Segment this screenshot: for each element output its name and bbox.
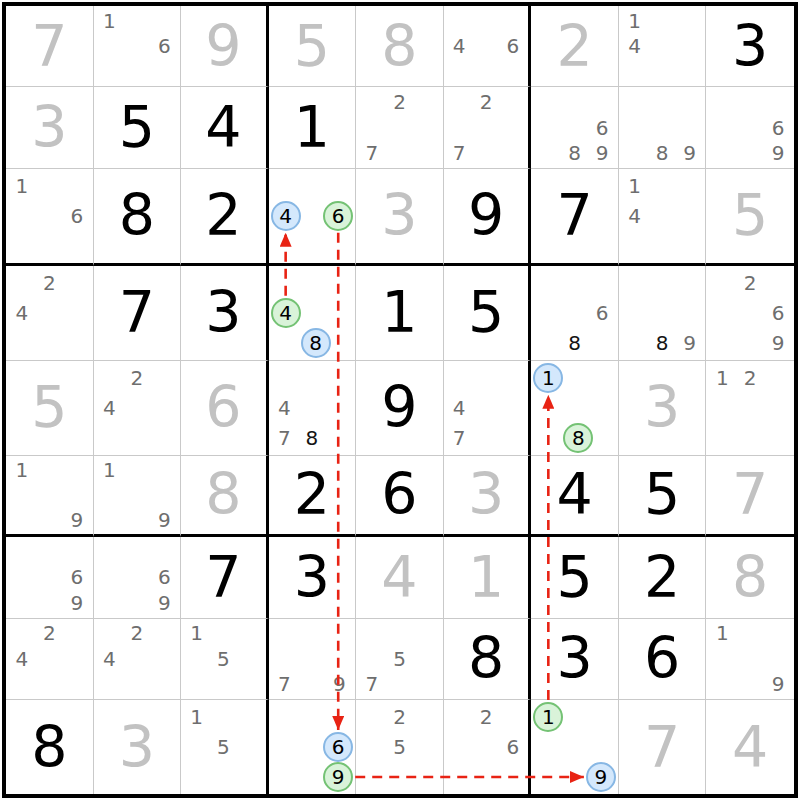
solved-digit-r9c8: 7 xyxy=(644,719,680,776)
candidate-9[interactable]: 9 xyxy=(683,143,696,163)
cell-r4c8[interactable]: 89 xyxy=(619,266,707,361)
candidate-slot-r1c8-4: 4 xyxy=(621,33,649,58)
cell-r6c7[interactable]: 4 xyxy=(531,456,619,537)
candidate-4[interactable]: 4 xyxy=(15,649,28,669)
candidate-slot-r1c8-1: 1 xyxy=(621,8,649,33)
candidate-slot-r9c6-6: 6 xyxy=(499,732,526,762)
candidate-slot-r1c6-4: 4 xyxy=(446,33,473,58)
solved-digit-r7c5: 4 xyxy=(381,549,417,606)
candidate-slot-r8c4-7: 7 xyxy=(271,672,299,697)
candidate-slot-r5c2-2: 2 xyxy=(123,363,151,393)
chain-node-green-candidate-1[interactable]: 1 xyxy=(533,702,563,732)
candidate-slot-r3c4-4: 4 xyxy=(271,201,301,231)
cell-r4c2[interactable]: 7 xyxy=(94,266,182,361)
chain-node-green-candidate-9[interactable]: 9 xyxy=(323,762,353,792)
given-digit-r6c4: 2 xyxy=(294,466,330,523)
candidate-slot-r8c4-9: 9 xyxy=(326,672,354,697)
solved-digit-r7c6: 1 xyxy=(468,549,504,606)
solved-digit-r9c9: 4 xyxy=(732,719,768,776)
cell-r8c5[interactable]: 57 xyxy=(356,619,444,700)
cell-r6c8[interactable]: 5 xyxy=(619,456,707,537)
candidate-6[interactable]: 6 xyxy=(507,36,520,56)
given-digit-r3c2: 8 xyxy=(119,187,155,244)
solved-digit-r1c7: 2 xyxy=(556,18,592,75)
candidate-4[interactable]: 4 xyxy=(103,649,116,669)
candidate-slot-r2c7-9: 9 xyxy=(588,140,616,165)
candidate-2[interactable]: 2 xyxy=(393,707,406,727)
candidate-2[interactable]: 2 xyxy=(393,92,406,112)
cell-r3c4[interactable]: 46 xyxy=(269,169,357,266)
cell-r8c6[interactable]: 8 xyxy=(444,619,532,700)
candidate-slot-r8c1-4: 4 xyxy=(8,646,36,671)
candidate-slot-r8c3-1: 1 xyxy=(183,621,210,646)
given-digit-r8c8: 6 xyxy=(644,630,680,687)
candidate-1[interactable]: 1 xyxy=(103,11,116,31)
candidate-slot-r4c8-9: 9 xyxy=(676,328,704,358)
cell-r5c3[interactable]: 6 xyxy=(181,361,269,456)
cell-r7c7[interactable]: 5 xyxy=(531,537,619,618)
candidate-6[interactable]: 6 xyxy=(70,567,83,587)
candidate-slot-r7c1-6: 6 xyxy=(63,565,91,590)
candidate-6[interactable]: 6 xyxy=(70,206,83,226)
chain-node-green-candidate-6[interactable]: 6 xyxy=(323,201,353,231)
candidate-slot-r6c2-9: 9 xyxy=(151,507,179,532)
candidate-6[interactable]: 6 xyxy=(596,118,609,138)
candidate-slot-r3c8-4: 4 xyxy=(621,201,649,231)
cell-r5c9[interactable]: 12 xyxy=(706,361,794,456)
cell-r4c7[interactable]: 68 xyxy=(531,266,619,361)
cell-r2c2[interactable]: 5 xyxy=(94,87,182,168)
given-digit-r7c4: 3 xyxy=(294,549,330,606)
cell-r3c9[interactable]: 5 xyxy=(706,169,794,266)
candidate-slot-r5c7-8: 8 xyxy=(563,423,593,453)
candidate-slot-r3c4-6: 6 xyxy=(323,201,353,231)
candidate-slot-r9c4-9: 9 xyxy=(323,762,353,792)
given-digit-r2c4: 1 xyxy=(294,99,330,156)
candidate-slot-r8c1-2: 2 xyxy=(36,621,64,646)
cell-r9c2[interactable]: 3 xyxy=(94,700,182,794)
candidate-1[interactable]: 1 xyxy=(716,368,729,388)
candidate-2[interactable]: 2 xyxy=(130,623,143,643)
given-digit-r2c3: 4 xyxy=(205,99,241,156)
cell-r3c1[interactable]: 16 xyxy=(6,169,94,266)
candidate-8[interactable]: 8 xyxy=(306,428,319,448)
given-digit-r7c3: 7 xyxy=(205,549,241,606)
candidate-slot-r8c3-5: 5 xyxy=(210,646,237,671)
sudoku-board: 7169584621433541272768989691682463971452… xyxy=(2,2,798,798)
candidate-slot-r5c2-4: 4 xyxy=(96,393,124,423)
candidate-1[interactable]: 1 xyxy=(15,176,28,196)
candidate-slot-r9c6-2: 2 xyxy=(473,702,500,732)
candidate-4[interactable]: 4 xyxy=(628,36,641,56)
candidate-slot-r2c6-7: 7 xyxy=(446,140,473,165)
cell-r6c9[interactable]: 7 xyxy=(706,456,794,537)
candidate-slot-r5c9-2: 2 xyxy=(736,363,764,393)
cell-r7c1[interactable]: 69 xyxy=(6,537,94,618)
candidate-slot-r1c6-6: 6 xyxy=(499,33,526,58)
solved-digit-r6c9: 7 xyxy=(732,466,768,523)
solved-digit-r5c8: 3 xyxy=(644,379,680,436)
candidate-slot-r9c3-5: 5 xyxy=(210,732,237,762)
candidate-slot-r9c7-9: 9 xyxy=(586,762,616,792)
cell-r9c6[interactable]: 26 xyxy=(444,700,532,794)
given-digit-r6c8: 5 xyxy=(644,466,680,523)
candidate-slot-r7c2-6: 6 xyxy=(151,565,179,590)
candidate-1[interactable]: 1 xyxy=(103,460,116,480)
candidate-slot-r9c5-5: 5 xyxy=(386,732,414,762)
candidate-slot-r1c2-6: 6 xyxy=(151,33,179,58)
given-digit-r7c8: 2 xyxy=(644,549,680,606)
cell-r4c4[interactable]: 48 xyxy=(269,266,357,361)
cell-r7c6[interactable]: 1 xyxy=(444,537,532,618)
cell-r9c3[interactable]: 15 xyxy=(181,700,269,794)
cell-r2c3[interactable]: 4 xyxy=(181,87,269,168)
candidate-9[interactable]: 9 xyxy=(70,593,83,613)
candidate-slot-r9c5-2: 2 xyxy=(386,702,414,732)
cell-r7c8[interactable]: 2 xyxy=(619,537,707,618)
candidate-slot-r6c1-9: 9 xyxy=(63,507,91,532)
candidate-7[interactable]: 7 xyxy=(453,428,466,448)
candidate-8[interactable]: 8 xyxy=(656,333,669,353)
cell-r1c5[interactable]: 8 xyxy=(356,6,444,87)
given-digit-r9c1: 8 xyxy=(31,719,67,776)
candidate-8[interactable]: 8 xyxy=(568,333,581,353)
solved-digit-r2c1: 3 xyxy=(31,99,67,156)
given-digit-r1c9: 3 xyxy=(732,18,768,75)
candidate-1[interactable]: 1 xyxy=(628,11,641,31)
candidate-slot-r2c7-6: 6 xyxy=(588,115,616,140)
candidate-slot-r4c1-2: 2 xyxy=(36,268,64,298)
candidate-slot-r7c2-9: 9 xyxy=(151,590,179,615)
candidate-slot-r4c1-4: 4 xyxy=(8,298,36,328)
cell-r7c5[interactable]: 4 xyxy=(356,537,444,618)
candidate-2[interactable]: 2 xyxy=(744,368,757,388)
cell-r2c9[interactable]: 69 xyxy=(706,87,794,168)
candidate-7[interactable]: 7 xyxy=(453,143,466,163)
solved-digit-r3c9: 5 xyxy=(732,187,768,244)
chain-node-blue-candidate-1[interactable]: 1 xyxy=(533,363,563,393)
chain-node-blue-candidate-4[interactable]: 4 xyxy=(271,201,301,231)
candidate-9[interactable]: 9 xyxy=(596,143,609,163)
candidate-9[interactable]: 9 xyxy=(70,510,83,530)
cell-r9c7[interactable]: 19 xyxy=(531,700,619,794)
candidate-slot-r8c2-2: 2 xyxy=(123,621,151,646)
cell-r6c4[interactable]: 2 xyxy=(269,456,357,537)
candidate-slot-r2c7-8: 8 xyxy=(561,140,589,165)
cell-r9c8[interactable]: 7 xyxy=(619,700,707,794)
candidate-2[interactable]: 2 xyxy=(480,707,493,727)
candidate-slot-r7c1-9: 9 xyxy=(63,590,91,615)
cell-r9c9[interactable]: 4 xyxy=(706,700,794,794)
candidate-1[interactable]: 1 xyxy=(15,460,28,480)
candidate-slot-r8c9-1: 1 xyxy=(708,621,736,646)
cell-r2c4[interactable]: 1 xyxy=(269,87,357,168)
chain-node-green-candidate-8[interactable]: 8 xyxy=(563,423,593,453)
cell-r3c8[interactable]: 14 xyxy=(619,169,707,266)
solved-digit-r1c3: 9 xyxy=(205,18,241,75)
candidate-slot-r5c7-1: 1 xyxy=(533,363,563,393)
chain-node-green-candidate-4[interactable]: 4 xyxy=(271,298,301,328)
candidate-4[interactable]: 4 xyxy=(278,398,291,418)
given-digit-r4c2: 7 xyxy=(119,284,155,341)
candidate-4[interactable]: 4 xyxy=(453,36,466,56)
given-digit-r6c5: 6 xyxy=(381,466,417,523)
cell-r2c8[interactable]: 89 xyxy=(619,87,707,168)
candidate-slot-r6c2-1: 1 xyxy=(96,458,124,483)
cell-r7c9[interactable]: 8 xyxy=(706,537,794,618)
cell-r1c7[interactable]: 2 xyxy=(531,6,619,87)
candidate-7[interactable]: 7 xyxy=(366,674,379,694)
cell-r9c1[interactable]: 8 xyxy=(6,700,94,794)
candidate-7[interactable]: 7 xyxy=(278,428,291,448)
cell-r5c4[interactable]: 478 xyxy=(269,361,357,456)
solved-digit-r7c9: 8 xyxy=(732,549,768,606)
candidate-6[interactable]: 6 xyxy=(158,36,171,56)
cell-r5c2[interactable]: 24 xyxy=(94,361,182,456)
candidate-slot-r9c3-1: 1 xyxy=(183,702,210,732)
candidate-2[interactable]: 2 xyxy=(744,273,757,293)
cell-r9c4[interactable]: 69 xyxy=(269,700,357,794)
candidate-slot-r5c6-7: 7 xyxy=(446,423,473,453)
cell-r5c1[interactable]: 5 xyxy=(6,361,94,456)
cell-r9c5[interactable]: 25 xyxy=(356,700,444,794)
cell-r2c6[interactable]: 27 xyxy=(444,87,532,168)
candidate-1[interactable]: 1 xyxy=(716,623,729,643)
cell-r8c4[interactable]: 79 xyxy=(269,619,357,700)
cell-r1c6[interactable]: 46 xyxy=(444,6,532,87)
chain-node-blue-candidate-9[interactable]: 9 xyxy=(586,762,616,792)
candidate-slot-r5c4-4: 4 xyxy=(271,393,299,423)
given-digit-r5c5: 9 xyxy=(381,379,417,436)
candidate-slot-r2c5-2: 2 xyxy=(386,89,414,114)
candidate-slot-r4c8-8: 8 xyxy=(648,328,676,358)
given-digit-r3c6: 9 xyxy=(468,187,504,244)
candidate-slot-r2c8-8: 8 xyxy=(648,140,676,165)
cell-r6c6[interactable]: 3 xyxy=(444,456,532,537)
cell-r7c2[interactable]: 69 xyxy=(94,537,182,618)
candidate-slot-r8c2-4: 4 xyxy=(96,646,124,671)
cell-r1c1[interactable]: 7 xyxy=(6,6,94,87)
candidate-7[interactable]: 7 xyxy=(278,674,291,694)
candidate-5[interactable]: 5 xyxy=(393,649,406,669)
cell-r6c2[interactable]: 19 xyxy=(94,456,182,537)
candidate-slot-r1c2-1: 1 xyxy=(96,8,124,33)
cell-r3c5[interactable]: 3 xyxy=(356,169,444,266)
candidate-slot-r8c5-5: 5 xyxy=(386,646,414,671)
cell-r3c7[interactable]: 7 xyxy=(531,169,619,266)
candidate-slot-r4c4-8: 8 xyxy=(301,328,331,358)
solved-digit-r1c5: 8 xyxy=(381,18,417,75)
cell-r1c8[interactable]: 14 xyxy=(619,6,707,87)
candidate-1[interactable]: 1 xyxy=(190,707,203,727)
candidate-2[interactable]: 2 xyxy=(130,368,143,388)
candidate-slot-r3c1-6: 6 xyxy=(63,201,91,231)
cell-r2c5[interactable]: 27 xyxy=(356,87,444,168)
candidate-2[interactable]: 2 xyxy=(43,623,56,643)
candidate-4[interactable]: 4 xyxy=(453,398,466,418)
candidate-slot-r9c4-6: 6 xyxy=(323,732,353,762)
solved-digit-r5c3: 6 xyxy=(205,379,241,436)
given-digit-r4c5: 1 xyxy=(381,284,417,341)
solved-digit-r9c2: 3 xyxy=(119,719,155,776)
solved-digit-r1c1: 7 xyxy=(31,18,67,75)
candidate-slot-r4c7-8: 8 xyxy=(561,328,589,358)
candidate-slot-r2c8-9: 9 xyxy=(676,140,704,165)
candidate-6[interactable]: 6 xyxy=(507,737,520,757)
solved-digit-r1c4: 5 xyxy=(294,18,330,75)
cell-r7c3[interactable]: 7 xyxy=(181,537,269,618)
candidate-slot-r4c4-4: 4 xyxy=(271,298,301,328)
candidate-slot-r4c9-2: 2 xyxy=(736,268,764,298)
cell-r4c9[interactable]: 269 xyxy=(706,266,794,361)
cell-r1c3[interactable]: 9 xyxy=(181,6,269,87)
given-digit-r3c7: 7 xyxy=(556,187,592,244)
cell-r3c6[interactable]: 9 xyxy=(444,169,532,266)
cell-r2c1[interactable]: 3 xyxy=(6,87,94,168)
candidate-4[interactable]: 4 xyxy=(15,303,28,323)
candidate-slot-r8c9-9: 9 xyxy=(764,672,792,697)
candidate-4[interactable]: 4 xyxy=(103,398,116,418)
candidate-9[interactable]: 9 xyxy=(158,510,171,530)
candidate-6[interactable]: 6 xyxy=(158,567,171,587)
cell-r8c8[interactable]: 6 xyxy=(619,619,707,700)
cell-r5c7[interactable]: 18 xyxy=(531,361,619,456)
candidate-9[interactable]: 9 xyxy=(683,333,696,353)
cell-r6c3[interactable]: 8 xyxy=(181,456,269,537)
cell-r8c7[interactable]: 3 xyxy=(531,619,619,700)
candidate-slot-r2c9-6: 6 xyxy=(764,115,792,140)
candidate-6[interactable]: 6 xyxy=(772,118,785,138)
candidate-8[interactable]: 8 xyxy=(656,143,669,163)
candidate-5[interactable]: 5 xyxy=(393,737,406,757)
candidate-4[interactable]: 4 xyxy=(628,206,641,226)
sudoku-app: 7169584621433541272768989691682463971452… xyxy=(0,0,800,800)
candidate-8[interactable]: 8 xyxy=(568,143,581,163)
chain-node-blue-candidate-8[interactable]: 8 xyxy=(301,328,331,358)
cell-r5c5[interactable]: 9 xyxy=(356,361,444,456)
cell-r8c1[interactable]: 24 xyxy=(6,619,94,700)
candidate-slot-r5c9-1: 1 xyxy=(708,363,736,393)
cell-r6c5[interactable]: 6 xyxy=(356,456,444,537)
candidate-slot-r5c4-8: 8 xyxy=(298,423,326,453)
candidate-1[interactable]: 1 xyxy=(190,623,203,643)
candidate-1[interactable]: 1 xyxy=(628,176,641,196)
cell-r5c6[interactable]: 47 xyxy=(444,361,532,456)
given-digit-r6c7: 4 xyxy=(556,466,592,523)
candidate-5[interactable]: 5 xyxy=(217,649,230,669)
candidate-2[interactable]: 2 xyxy=(480,92,493,112)
solved-digit-r6c3: 8 xyxy=(205,466,241,523)
cell-r8c3[interactable]: 15 xyxy=(181,619,269,700)
candidate-slot-r2c6-2: 2 xyxy=(473,89,500,114)
solved-digit-r3c5: 3 xyxy=(381,187,417,244)
given-digit-r4c3: 3 xyxy=(205,284,241,341)
cell-r3c3[interactable]: 2 xyxy=(181,169,269,266)
solved-digit-r6c6: 3 xyxy=(468,466,504,523)
given-digit-r8c7: 3 xyxy=(556,630,592,687)
cell-r4c6[interactable]: 5 xyxy=(444,266,532,361)
candidate-slot-r4c7-6: 6 xyxy=(588,298,616,328)
given-digit-r8c6: 8 xyxy=(468,630,504,687)
solved-digit-r5c1: 5 xyxy=(31,379,67,436)
chain-node-blue-candidate-6[interactable]: 6 xyxy=(323,732,353,762)
cell-r7c4[interactable]: 3 xyxy=(269,537,357,618)
cell-r1c2[interactable]: 16 xyxy=(94,6,182,87)
candidate-9[interactable]: 9 xyxy=(772,674,785,694)
cell-r5c8[interactable]: 3 xyxy=(619,361,707,456)
cell-r3c2[interactable]: 8 xyxy=(94,169,182,266)
candidate-slot-r9c7-1: 1 xyxy=(533,702,563,732)
candidate-9[interactable]: 9 xyxy=(333,674,346,694)
candidate-slot-r3c1-1: 1 xyxy=(8,171,36,201)
candidate-slot-r3c8-1: 1 xyxy=(621,171,649,201)
candidate-slot-r5c6-4: 4 xyxy=(446,393,473,423)
candidate-slot-r4c9-9: 9 xyxy=(764,328,792,358)
candidate-slot-r5c4-7: 7 xyxy=(271,423,299,453)
given-digit-r7c7: 5 xyxy=(556,549,592,606)
candidate-slot-r2c5-7: 7 xyxy=(358,140,386,165)
given-digit-r2c2: 5 xyxy=(119,99,155,156)
candidate-slot-r2c9-9: 9 xyxy=(764,140,792,165)
given-digit-r3c3: 2 xyxy=(205,187,241,244)
candidate-slot-r8c5-7: 7 xyxy=(358,672,386,697)
candidate-slot-r6c1-1: 1 xyxy=(8,458,36,483)
candidate-9[interactable]: 9 xyxy=(772,143,785,163)
cell-r8c2[interactable]: 24 xyxy=(94,619,182,700)
cell-r2c7[interactable]: 689 xyxy=(531,87,619,168)
candidate-6[interactable]: 6 xyxy=(596,303,609,323)
candidate-2[interactable]: 2 xyxy=(43,273,56,293)
candidate-slot-r4c9-6: 6 xyxy=(764,298,792,328)
candidate-9[interactable]: 9 xyxy=(158,593,171,613)
candidate-7[interactable]: 7 xyxy=(366,143,379,163)
cell-r4c3[interactable]: 3 xyxy=(181,266,269,361)
candidate-9[interactable]: 9 xyxy=(772,333,785,353)
given-digit-r4c6: 5 xyxy=(468,284,504,341)
cell-r1c9[interactable]: 3 xyxy=(706,6,794,87)
cell-r4c5[interactable]: 1 xyxy=(356,266,444,361)
cell-r6c1[interactable]: 19 xyxy=(6,456,94,537)
candidate-6[interactable]: 6 xyxy=(772,303,785,323)
cell-r8c9[interactable]: 19 xyxy=(706,619,794,700)
candidate-5[interactable]: 5 xyxy=(217,737,230,757)
cell-r4c1[interactable]: 24 xyxy=(6,266,94,361)
cell-r1c4[interactable]: 5 xyxy=(269,6,357,87)
